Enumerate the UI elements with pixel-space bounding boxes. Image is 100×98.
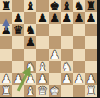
square-e7[interactable]: ♟	[49, 12, 61, 24]
square-f6[interactable]	[61, 24, 73, 36]
square-f5[interactable]	[61, 36, 73, 48]
square-c1[interactable]: ♝	[24, 85, 36, 97]
piece-white-pawn[interactable]: ♟	[74, 72, 84, 84]
square-f1[interactable]	[61, 85, 73, 97]
piece-black-pawn[interactable]: ♟	[1, 24, 11, 36]
square-g2[interactable]: ♟	[73, 73, 85, 85]
square-d7[interactable]: ♟	[36, 12, 48, 24]
piece-black-bishop[interactable]: ♝	[25, 0, 35, 12]
square-a4[interactable]	[0, 49, 12, 61]
piece-white-king[interactable]: ♚	[49, 84, 59, 96]
square-c8[interactable]: ♝	[24, 0, 36, 12]
square-f2[interactable]: ♟	[61, 73, 73, 85]
square-g1[interactable]	[73, 85, 85, 97]
piece-black-queen[interactable]: ♛	[13, 24, 23, 36]
square-c5[interactable]: ♟	[24, 36, 36, 48]
square-f7[interactable]: ♟	[61, 12, 73, 24]
piece-black-pawn[interactable]: ♟	[62, 12, 72, 24]
square-h6[interactable]	[85, 24, 97, 36]
square-b1[interactable]	[12, 85, 24, 97]
piece-white-pawn[interactable]: ♟	[13, 72, 23, 84]
square-g5[interactable]	[73, 36, 85, 48]
square-g7[interactable]: ♟	[73, 12, 85, 24]
square-e1[interactable]: ♚	[49, 85, 61, 97]
square-g4[interactable]	[73, 49, 85, 61]
chess-board[interactable]: ♜♝♚♝♞♜♟♟♟♟♟♟♟♛♞♟♟♞♝♞♟♟♟♟♟♟♟♜♝♛♚♜	[0, 0, 97, 97]
piece-white-rook[interactable]: ♜	[86, 84, 96, 96]
square-a8[interactable]: ♜	[0, 0, 12, 12]
square-h7[interactable]: ♟	[85, 12, 97, 24]
piece-white-bishop[interactable]: ♝	[25, 84, 35, 96]
square-d5[interactable]	[36, 36, 48, 48]
square-a1[interactable]: ♜	[0, 85, 12, 97]
piece-black-pawn[interactable]: ♟	[49, 12, 59, 24]
piece-white-rook[interactable]: ♜	[1, 84, 11, 96]
square-e6[interactable]	[49, 24, 61, 36]
square-d1[interactable]: ♛	[36, 85, 48, 97]
piece-white-pawn[interactable]: ♟	[49, 48, 59, 60]
square-b4[interactable]	[12, 49, 24, 61]
square-b2[interactable]: ♟	[12, 73, 24, 85]
piece-black-pawn[interactable]: ♟	[37, 12, 47, 24]
piece-white-pawn[interactable]: ♟	[62, 72, 72, 84]
square-e4[interactable]: ♟	[49, 49, 61, 61]
square-b6[interactable]: ♛	[12, 24, 24, 36]
square-b5[interactable]	[12, 36, 24, 48]
square-g6[interactable]	[73, 24, 85, 36]
piece-black-pawn[interactable]: ♟	[86, 12, 96, 24]
square-h5[interactable]	[85, 36, 97, 48]
square-d6[interactable]	[36, 24, 48, 36]
square-a5[interactable]	[0, 36, 12, 48]
piece-black-pawn[interactable]: ♟	[74, 12, 84, 24]
piece-white-queen[interactable]: ♛	[37, 84, 47, 96]
square-e3[interactable]	[49, 61, 61, 73]
square-a6[interactable]: ♟	[0, 24, 12, 36]
piece-black-pawn[interactable]: ♟	[25, 36, 35, 48]
square-h4[interactable]	[85, 49, 97, 61]
square-h1[interactable]: ♜	[85, 85, 97, 97]
piece-black-rook[interactable]: ♜	[1, 0, 11, 12]
